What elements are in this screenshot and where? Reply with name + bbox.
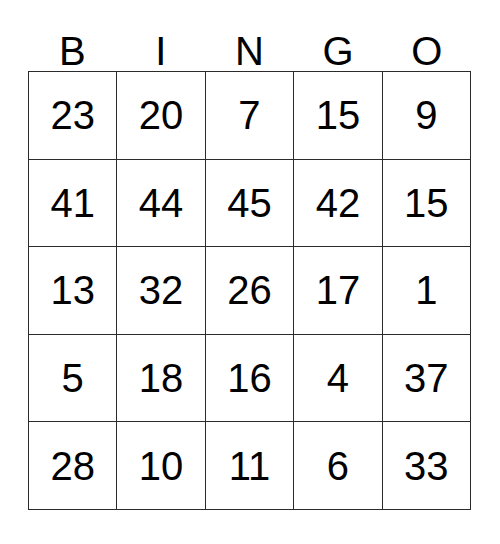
bingo-cell-r1c3[interactable]: 7	[206, 72, 294, 160]
bingo-cell-r2c5[interactable]: 15	[383, 160, 471, 248]
bingo-cell-r3c4[interactable]: 17	[294, 247, 382, 335]
bingo-card: B I N G O 23 20 7 15 9 41 44 45 42 15 13…	[0, 0, 500, 544]
column-letter-n: N	[205, 0, 294, 71]
bingo-cell-r1c2[interactable]: 20	[117, 72, 205, 160]
bingo-cell-r5c2[interactable]: 10	[117, 422, 205, 510]
bingo-cell-r2c3[interactable]: 45	[206, 160, 294, 248]
bingo-cell-r2c2[interactable]: 44	[117, 160, 205, 248]
bingo-cell-r3c5[interactable]: 1	[383, 247, 471, 335]
bingo-cell-r5c1[interactable]: 28	[29, 422, 117, 510]
bingo-cell-r2c4[interactable]: 42	[294, 160, 382, 248]
bingo-cell-r1c4[interactable]: 15	[294, 72, 382, 160]
bingo-cell-r3c2[interactable]: 32	[117, 247, 205, 335]
bingo-cell-r5c3[interactable]: 11	[206, 422, 294, 510]
bingo-cell-r1c1[interactable]: 23	[29, 72, 117, 160]
bingo-cell-r4c1[interactable]: 5	[29, 335, 117, 423]
column-letter-o: O	[382, 0, 471, 71]
bingo-cell-r3c1[interactable]: 13	[29, 247, 117, 335]
bingo-grid: 23 20 7 15 9 41 44 45 42 15 13 32 26 17 …	[28, 71, 471, 510]
bingo-cell-r4c3[interactable]: 16	[206, 335, 294, 423]
bingo-cell-r4c2[interactable]: 18	[117, 335, 205, 423]
bingo-cell-r1c5[interactable]: 9	[383, 72, 471, 160]
column-letter-i: I	[117, 0, 206, 71]
bingo-header-row: B I N G O	[28, 0, 471, 71]
bingo-cell-r3c3[interactable]: 26	[206, 247, 294, 335]
bingo-cell-r4c4[interactable]: 4	[294, 335, 382, 423]
column-letter-b: B	[28, 0, 117, 71]
bingo-cell-r2c1[interactable]: 41	[29, 160, 117, 248]
bingo-cell-r5c4[interactable]: 6	[294, 422, 382, 510]
column-letter-g: G	[294, 0, 383, 71]
bingo-cell-r4c5[interactable]: 37	[383, 335, 471, 423]
bingo-cell-r5c5[interactable]: 33	[383, 422, 471, 510]
